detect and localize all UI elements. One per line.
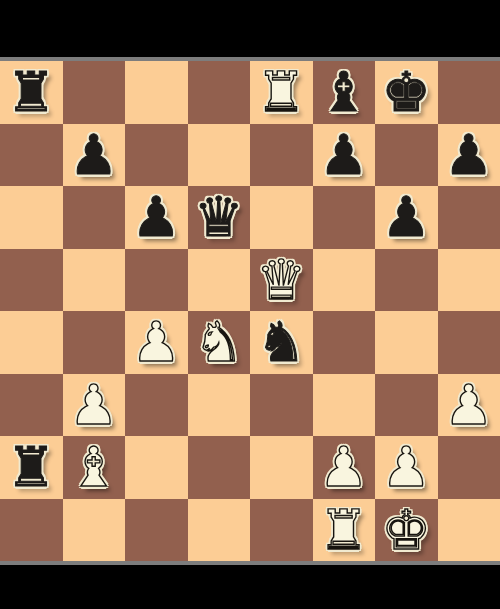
square-e1[interactable] — [250, 499, 313, 562]
square-a1[interactable] — [0, 499, 63, 562]
square-c8[interactable] — [125, 61, 188, 124]
white-rook[interactable]: ♜ — [319, 499, 368, 562]
white-queen[interactable]: ♛ — [257, 249, 306, 312]
square-e6[interactable] — [250, 186, 313, 249]
square-g4[interactable] — [375, 311, 438, 374]
square-d5[interactable] — [188, 249, 251, 312]
white-rook[interactable]: ♜ — [257, 61, 306, 124]
square-e8[interactable]: ♜ — [250, 61, 313, 124]
white-pawn[interactable]: ♟ — [444, 374, 493, 437]
square-h6[interactable] — [438, 186, 500, 249]
square-a2[interactable]: ♜ — [0, 436, 63, 499]
square-c3[interactable] — [125, 374, 188, 437]
black-pawn[interactable]: ♟ — [132, 186, 181, 249]
square-f7[interactable]: ♟ — [313, 124, 376, 187]
square-c7[interactable] — [125, 124, 188, 187]
square-f3[interactable] — [313, 374, 376, 437]
square-g8[interactable]: ♚ — [375, 61, 438, 124]
square-b7[interactable]: ♟ — [63, 124, 126, 187]
square-f1[interactable]: ♜ — [313, 499, 376, 562]
square-f5[interactable] — [313, 249, 376, 312]
square-f6[interactable] — [313, 186, 376, 249]
square-d3[interactable] — [188, 374, 251, 437]
white-pawn[interactable]: ♟ — [382, 436, 431, 499]
square-f8[interactable]: ♝ — [313, 61, 376, 124]
square-e3[interactable] — [250, 374, 313, 437]
black-bishop[interactable]: ♝ — [319, 61, 368, 124]
square-g7[interactable] — [375, 124, 438, 187]
square-b4[interactable] — [63, 311, 126, 374]
square-d8[interactable] — [188, 61, 251, 124]
square-b1[interactable] — [63, 499, 126, 562]
square-d2[interactable] — [188, 436, 251, 499]
square-d6[interactable]: ♛ — [188, 186, 251, 249]
black-rook[interactable]: ♜ — [7, 436, 56, 499]
chess-board: ♜♜♝♚♟♟♟♟♛♟♛♟♞♞♟♟♜♝♟♟♜♚ — [0, 61, 500, 561]
square-h1[interactable] — [438, 499, 500, 562]
square-g2[interactable]: ♟ — [375, 436, 438, 499]
black-pawn[interactable]: ♟ — [444, 124, 493, 187]
square-h2[interactable] — [438, 436, 500, 499]
square-e2[interactable] — [250, 436, 313, 499]
square-c4[interactable]: ♟ — [125, 311, 188, 374]
square-c6[interactable]: ♟ — [125, 186, 188, 249]
board-bottom-edge — [0, 561, 500, 565]
square-g6[interactable]: ♟ — [375, 186, 438, 249]
black-rook[interactable]: ♜ — [7, 61, 56, 124]
square-a8[interactable]: ♜ — [0, 61, 63, 124]
white-knight[interactable]: ♞ — [194, 311, 243, 374]
white-pawn[interactable]: ♟ — [69, 374, 118, 437]
square-b5[interactable] — [63, 249, 126, 312]
square-f4[interactable] — [313, 311, 376, 374]
square-d7[interactable] — [188, 124, 251, 187]
black-queen[interactable]: ♛ — [194, 186, 243, 249]
square-e7[interactable] — [250, 124, 313, 187]
square-d1[interactable] — [188, 499, 251, 562]
square-b3[interactable]: ♟ — [63, 374, 126, 437]
black-knight[interactable]: ♞ — [257, 311, 306, 374]
square-b2[interactable]: ♝ — [63, 436, 126, 499]
square-a4[interactable] — [0, 311, 63, 374]
square-g3[interactable] — [375, 374, 438, 437]
white-bishop[interactable]: ♝ — [69, 436, 118, 499]
square-e4[interactable]: ♞ — [250, 311, 313, 374]
white-king[interactable]: ♚ — [382, 499, 431, 562]
square-a5[interactable] — [0, 249, 63, 312]
square-a3[interactable] — [0, 374, 63, 437]
square-h3[interactable]: ♟ — [438, 374, 500, 437]
square-a6[interactable] — [0, 186, 63, 249]
black-pawn[interactable]: ♟ — [69, 124, 118, 187]
square-e5[interactable]: ♛ — [250, 249, 313, 312]
square-g1[interactable]: ♚ — [375, 499, 438, 562]
square-b6[interactable] — [63, 186, 126, 249]
black-pawn[interactable]: ♟ — [319, 124, 368, 187]
square-c5[interactable] — [125, 249, 188, 312]
square-h8[interactable] — [438, 61, 500, 124]
white-pawn[interactable]: ♟ — [319, 436, 368, 499]
square-c2[interactable] — [125, 436, 188, 499]
screenshot-stage: ♜♜♝♚♟♟♟♟♛♟♛♟♞♞♟♟♜♝♟♟♜♚ — [0, 0, 500, 609]
square-h7[interactable]: ♟ — [438, 124, 500, 187]
letterbox-top — [0, 0, 500, 57]
black-pawn[interactable]: ♟ — [382, 186, 431, 249]
white-pawn[interactable]: ♟ — [132, 311, 181, 374]
square-b8[interactable] — [63, 61, 126, 124]
square-f2[interactable]: ♟ — [313, 436, 376, 499]
square-a7[interactable] — [0, 124, 63, 187]
square-h5[interactable] — [438, 249, 500, 312]
square-d4[interactable]: ♞ — [188, 311, 251, 374]
black-king[interactable]: ♚ — [382, 61, 431, 124]
square-h4[interactable] — [438, 311, 500, 374]
square-c1[interactable] — [125, 499, 188, 562]
square-g5[interactable] — [375, 249, 438, 312]
